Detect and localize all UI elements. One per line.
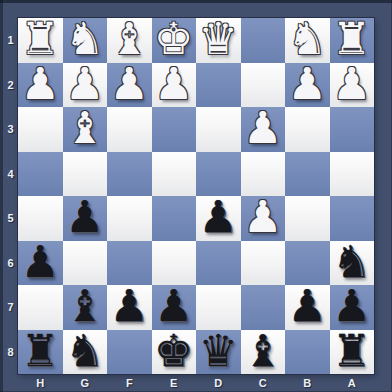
piece-white-knight[interactable]: ♞: [288, 17, 327, 61]
square-g1[interactable]: ♞: [63, 18, 108, 63]
square-f3[interactable]: [107, 107, 152, 152]
piece-white-pawn[interactable]: ♟: [288, 62, 327, 106]
square-a8[interactable]: ♜: [330, 330, 375, 375]
square-a5[interactable]: [330, 196, 375, 241]
piece-white-rook[interactable]: ♜: [332, 17, 371, 61]
square-f7[interactable]: ♟: [107, 285, 152, 330]
file-label-d: D: [196, 374, 241, 392]
square-g6[interactable]: [63, 241, 108, 286]
square-g3[interactable]: ♝: [63, 107, 108, 152]
piece-black-rook[interactable]: ♜: [332, 329, 371, 373]
piece-white-pawn[interactable]: ♟: [332, 62, 371, 106]
file-label-b: B: [285, 374, 330, 392]
square-d2[interactable]: [196, 63, 241, 108]
piece-black-queen[interactable]: ♛: [199, 329, 238, 373]
file-label-e: E: [152, 374, 197, 392]
piece-black-pawn[interactable]: ♟: [154, 284, 193, 328]
piece-white-pawn[interactable]: ♟: [21, 62, 60, 106]
square-b4[interactable]: [285, 152, 330, 197]
square-d4[interactable]: [196, 152, 241, 197]
square-b7[interactable]: ♟: [285, 285, 330, 330]
square-g7[interactable]: ♝: [63, 285, 108, 330]
square-e8[interactable]: ♚: [152, 330, 197, 375]
rank-label-4: 4: [0, 152, 18, 197]
square-d7[interactable]: [196, 285, 241, 330]
file-labels: HGFEDCBA: [18, 374, 374, 392]
square-c1[interactable]: [241, 18, 286, 63]
square-h2[interactable]: ♟: [18, 63, 63, 108]
square-b6[interactable]: [285, 241, 330, 286]
square-c2[interactable]: [241, 63, 286, 108]
file-label-c: C: [241, 374, 286, 392]
square-b1[interactable]: ♞: [285, 18, 330, 63]
square-h1[interactable]: ♜: [18, 18, 63, 63]
square-h8[interactable]: ♜: [18, 330, 63, 375]
rank-label-1: 1: [0, 18, 18, 63]
square-f6[interactable]: [107, 241, 152, 286]
piece-white-pawn[interactable]: ♟: [243, 106, 282, 150]
piece-black-bishop[interactable]: ♝: [65, 284, 104, 328]
piece-white-pawn[interactable]: ♟: [65, 62, 104, 106]
rank-labels: 12345678: [0, 18, 18, 374]
square-g5[interactable]: ♟: [63, 196, 108, 241]
chess-board: ♜♞♝♚♛♞♜♟♟♟♟♟♟♝♟♟♟♟♟♞♝♟♟♟♟♜♞♚♛♝♜: [18, 18, 374, 374]
square-a6[interactable]: ♞: [330, 241, 375, 286]
piece-white-bishop[interactable]: ♝: [110, 17, 149, 61]
piece-black-pawn[interactable]: ♟: [65, 195, 104, 239]
square-h6[interactable]: ♟: [18, 241, 63, 286]
file-label-f: F: [107, 374, 152, 392]
square-a2[interactable]: ♟: [330, 63, 375, 108]
square-h5[interactable]: [18, 196, 63, 241]
piece-white-king[interactable]: ♚: [154, 17, 193, 61]
piece-black-pawn[interactable]: ♟: [288, 284, 327, 328]
piece-white-queen[interactable]: ♛: [199, 17, 238, 61]
square-e3[interactable]: [152, 107, 197, 152]
piece-black-bishop[interactable]: ♝: [243, 329, 282, 373]
rank-label-7: 7: [0, 285, 18, 330]
square-b5[interactable]: [285, 196, 330, 241]
square-a1[interactable]: ♜: [330, 18, 375, 63]
square-e1[interactable]: ♚: [152, 18, 197, 63]
square-d8[interactable]: ♛: [196, 330, 241, 375]
piece-black-pawn[interactable]: ♟: [110, 284, 149, 328]
piece-black-pawn[interactable]: ♟: [199, 195, 238, 239]
square-f8[interactable]: [107, 330, 152, 375]
piece-black-knight[interactable]: ♞: [65, 329, 104, 373]
square-g2[interactable]: ♟: [63, 63, 108, 108]
square-h3[interactable]: [18, 107, 63, 152]
rank-label-5: 5: [0, 196, 18, 241]
square-e2[interactable]: ♟: [152, 63, 197, 108]
piece-black-rook[interactable]: ♜: [21, 329, 60, 373]
square-d3[interactable]: [196, 107, 241, 152]
rank-label-6: 6: [0, 241, 18, 286]
square-c6[interactable]: [241, 241, 286, 286]
square-c8[interactable]: ♝: [241, 330, 286, 375]
square-c7[interactable]: [241, 285, 286, 330]
piece-white-pawn[interactable]: ♟: [243, 195, 282, 239]
piece-black-knight[interactable]: ♞: [332, 240, 371, 284]
square-e4[interactable]: [152, 152, 197, 197]
square-e7[interactable]: ♟: [152, 285, 197, 330]
square-f5[interactable]: [107, 196, 152, 241]
piece-black-pawn[interactable]: ♟: [332, 284, 371, 328]
piece-white-knight[interactable]: ♞: [65, 17, 104, 61]
square-d6[interactable]: [196, 241, 241, 286]
square-f4[interactable]: [107, 152, 152, 197]
piece-black-king[interactable]: ♚: [154, 329, 193, 373]
square-c3[interactable]: ♟: [241, 107, 286, 152]
piece-white-rook[interactable]: ♜: [21, 17, 60, 61]
rank-label-3: 3: [0, 107, 18, 152]
rank-label-2: 2: [0, 63, 18, 108]
square-f1[interactable]: ♝: [107, 18, 152, 63]
square-b8[interactable]: [285, 330, 330, 375]
square-c4[interactable]: [241, 152, 286, 197]
piece-white-bishop[interactable]: ♝: [65, 106, 104, 150]
square-a4[interactable]: [330, 152, 375, 197]
piece-white-pawn[interactable]: ♟: [110, 62, 149, 106]
square-e6[interactable]: [152, 241, 197, 286]
rank-label-8: 8: [0, 330, 18, 375]
square-a3[interactable]: [330, 107, 375, 152]
piece-white-pawn[interactable]: ♟: [154, 62, 193, 106]
piece-black-pawn[interactable]: ♟: [21, 240, 60, 284]
square-h7[interactable]: [18, 285, 63, 330]
square-d5[interactable]: ♟: [196, 196, 241, 241]
square-h4[interactable]: [18, 152, 63, 197]
file-label-a: A: [330, 374, 375, 392]
square-b3[interactable]: [285, 107, 330, 152]
square-a7[interactable]: ♟: [330, 285, 375, 330]
square-g4[interactable]: [63, 152, 108, 197]
file-label-h: H: [18, 374, 63, 392]
file-label-g: G: [63, 374, 108, 392]
square-e5[interactable]: [152, 196, 197, 241]
square-f2[interactable]: ♟: [107, 63, 152, 108]
board-frame: 12345678 ♜♞♝♚♛♞♜♟♟♟♟♟♟♝♟♟♟♟♟♞♝♟♟♟♟♜♞♚♛♝♜…: [0, 0, 392, 392]
square-g8[interactable]: ♞: [63, 330, 108, 375]
square-b2[interactable]: ♟: [285, 63, 330, 108]
square-c5[interactable]: ♟: [241, 196, 286, 241]
square-d1[interactable]: ♛: [196, 18, 241, 63]
